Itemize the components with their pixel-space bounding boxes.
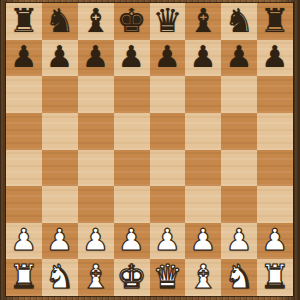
black-rook-piece: ♜	[260, 4, 290, 37]
square-a6[interactable]	[6, 76, 42, 113]
white-pawn-piece: ♟	[190, 225, 217, 255]
square-g4[interactable]	[221, 150, 257, 187]
black-pawn-piece: ♟	[190, 42, 217, 72]
square-b7[interactable]: ♟	[42, 40, 78, 77]
square-g5[interactable]	[221, 113, 257, 150]
square-g7[interactable]: ♟	[221, 40, 257, 77]
square-d8[interactable]: ♚	[114, 3, 150, 40]
square-e1[interactable]: ♛	[150, 259, 186, 296]
square-f7[interactable]: ♟	[185, 40, 221, 77]
square-g6[interactable]	[221, 76, 257, 113]
white-knight-piece: ♞	[45, 260, 75, 293]
square-b1[interactable]: ♞	[42, 259, 78, 296]
square-f2[interactable]: ♟	[185, 223, 221, 260]
black-queen-piece: ♛	[153, 4, 183, 37]
square-e2[interactable]: ♟	[150, 223, 186, 260]
square-c2[interactable]: ♟	[78, 223, 114, 260]
square-e8[interactable]: ♛	[150, 3, 186, 40]
white-pawn-piece: ♟	[154, 225, 181, 255]
black-pawn-piece: ♟	[118, 42, 145, 72]
black-pawn-piece: ♟	[10, 42, 37, 72]
square-a8[interactable]: ♜	[6, 3, 42, 40]
black-rook-piece: ♜	[9, 4, 39, 37]
square-d1[interactable]: ♚	[114, 259, 150, 296]
square-b2[interactable]: ♟	[42, 223, 78, 260]
square-f8[interactable]: ♝	[185, 3, 221, 40]
square-a3[interactable]	[6, 186, 42, 223]
black-bishop-piece: ♝	[189, 4, 219, 37]
square-e7[interactable]: ♟	[150, 40, 186, 77]
square-e3[interactable]	[150, 186, 186, 223]
square-h2[interactable]: ♟	[257, 223, 293, 260]
square-g2[interactable]: ♟	[221, 223, 257, 260]
square-a1[interactable]: ♜	[6, 259, 42, 296]
white-pawn-piece: ♟	[10, 225, 37, 255]
square-h4[interactable]	[257, 150, 293, 187]
white-pawn-piece: ♟	[118, 225, 145, 255]
black-pawn-piece: ♟	[226, 42, 253, 72]
square-a7[interactable]: ♟	[6, 40, 42, 77]
square-c5[interactable]	[78, 113, 114, 150]
square-d2[interactable]: ♟	[114, 223, 150, 260]
square-b5[interactable]	[42, 113, 78, 150]
white-knight-piece: ♞	[224, 260, 254, 293]
square-d3[interactable]	[114, 186, 150, 223]
square-h1[interactable]: ♜	[257, 259, 293, 296]
board: ♜♞♝♚♛♝♞♜♟♟♟♟♟♟♟♟♟♟♟♟♟♟♟♟♜♞♝♚♛♝♞♜	[6, 3, 293, 296]
square-h7[interactable]: ♟	[257, 40, 293, 77]
square-f5[interactable]	[185, 113, 221, 150]
square-f4[interactable]	[185, 150, 221, 187]
square-e5[interactable]	[150, 113, 186, 150]
square-h8[interactable]: ♜	[257, 3, 293, 40]
square-c3[interactable]	[78, 186, 114, 223]
white-rook-piece: ♜	[9, 260, 39, 293]
white-pawn-piece: ♟	[262, 225, 289, 255]
white-pawn-piece: ♟	[82, 225, 109, 255]
black-pawn-piece: ♟	[46, 42, 73, 72]
square-g8[interactable]: ♞	[221, 3, 257, 40]
square-h5[interactable]	[257, 113, 293, 150]
square-b6[interactable]	[42, 76, 78, 113]
square-c6[interactable]	[78, 76, 114, 113]
square-b3[interactable]	[42, 186, 78, 223]
black-pawn-piece: ♟	[82, 42, 109, 72]
black-pawn-piece: ♟	[262, 42, 289, 72]
white-queen-piece: ♛	[153, 260, 183, 293]
square-f1[interactable]: ♝	[185, 259, 221, 296]
square-d6[interactable]	[114, 76, 150, 113]
square-d7[interactable]: ♟	[114, 40, 150, 77]
square-a5[interactable]	[6, 113, 42, 150]
white-pawn-piece: ♟	[46, 225, 73, 255]
square-c4[interactable]	[78, 150, 114, 187]
square-e6[interactable]	[150, 76, 186, 113]
white-pawn-piece: ♟	[226, 225, 253, 255]
square-g1[interactable]: ♞	[221, 259, 257, 296]
white-bishop-piece: ♝	[189, 260, 219, 293]
black-king-piece: ♚	[117, 4, 147, 37]
square-a2[interactable]: ♟	[6, 223, 42, 260]
board-frame: ♜♞♝♚♛♝♞♜♟♟♟♟♟♟♟♟♟♟♟♟♟♟♟♟♜♞♝♚♛♝♞♜	[0, 0, 300, 300]
square-b4[interactable]	[42, 150, 78, 187]
black-bishop-piece: ♝	[81, 4, 111, 37]
white-king-piece: ♚	[117, 260, 147, 293]
black-knight-piece: ♞	[224, 4, 254, 37]
square-d5[interactable]	[114, 113, 150, 150]
chess-app: ♜♞♝♚♛♝♞♜♟♟♟♟♟♟♟♟♟♟♟♟♟♟♟♟♜♞♝♚♛♝♞♜	[0, 0, 300, 300]
square-g3[interactable]	[221, 186, 257, 223]
square-f6[interactable]	[185, 76, 221, 113]
square-e4[interactable]	[150, 150, 186, 187]
square-b8[interactable]: ♞	[42, 3, 78, 40]
black-knight-piece: ♞	[45, 4, 75, 37]
black-pawn-piece: ♟	[154, 42, 181, 72]
square-d4[interactable]	[114, 150, 150, 187]
square-a4[interactable]	[6, 150, 42, 187]
square-f3[interactable]	[185, 186, 221, 223]
white-bishop-piece: ♝	[81, 260, 111, 293]
square-c8[interactable]: ♝	[78, 3, 114, 40]
square-h3[interactable]	[257, 186, 293, 223]
square-c7[interactable]: ♟	[78, 40, 114, 77]
square-c1[interactable]: ♝	[78, 259, 114, 296]
white-rook-piece: ♜	[260, 260, 290, 293]
square-h6[interactable]	[257, 76, 293, 113]
